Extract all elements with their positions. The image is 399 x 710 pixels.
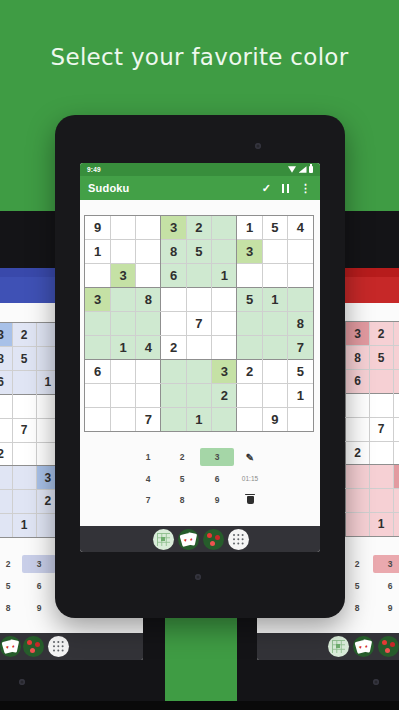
cell-r9c7[interactable] — [237, 407, 262, 431]
cell-r7c3[interactable] — [136, 359, 161, 383]
overflow-menu-icon[interactable]: ⋮ — [300, 183, 311, 194]
numpad-4[interactable]: 4 — [131, 470, 165, 488]
camera-dot — [19, 679, 25, 685]
cell-r4c4[interactable] — [346, 393, 370, 417]
cell-r1c5[interactable]: 2 — [186, 216, 211, 240]
cell-r6c5[interactable] — [12, 442, 36, 466]
cell-r3c1[interactable] — [85, 264, 110, 288]
numpad-9[interactable]: 9 — [200, 491, 234, 509]
numpad-6[interactable]: 6 — [373, 577, 399, 595]
cell-r2c5[interactable]: 5 — [12, 347, 36, 371]
cell-r9c6[interactable] — [212, 407, 237, 431]
cell-r9c2[interactable] — [110, 407, 135, 431]
cell-r5c7[interactable] — [237, 312, 262, 336]
screen-center: 9:49 Sudoku ✓ ⋮ 932154185336138517814276… — [80, 163, 320, 552]
cell-r1c7[interactable]: 1 — [237, 216, 262, 240]
camera-dot — [373, 679, 379, 685]
cell-r7c4[interactable] — [161, 359, 186, 383]
cell-r1c4[interactable]: 3 — [161, 216, 186, 240]
cell-r9c4[interactable] — [161, 407, 186, 431]
cell-r3c8[interactable] — [262, 264, 287, 288]
cell-r4c6[interactable] — [212, 288, 237, 312]
cell-r8c1[interactable] — [85, 383, 110, 407]
cell-r5c8[interactable] — [262, 312, 287, 336]
cell-r2c6[interactable] — [393, 346, 399, 370]
cell-r8c2[interactable] — [110, 383, 135, 407]
card-face: ♦ — [360, 639, 371, 653]
cell-r7c1[interactable]: 6 — [85, 359, 110, 383]
cell-r7c6[interactable]: 3 — [212, 359, 237, 383]
cell-r3c4[interactable]: 6 — [161, 264, 186, 288]
app-drawer-icon[interactable] — [228, 529, 249, 550]
cell-r8c7[interactable] — [237, 383, 262, 407]
cell-r1c4[interactable]: 3 — [0, 323, 12, 347]
cell-r5c9[interactable]: 8 — [288, 312, 313, 336]
cell-r9c8[interactable]: 9 — [262, 407, 287, 431]
cell-r3c3[interactable] — [136, 264, 161, 288]
cell-r7c7[interactable]: 2 — [237, 359, 262, 383]
cell-r4c8[interactable]: 1 — [262, 288, 287, 312]
tablet-center-green: 9:49 Sudoku ✓ ⋮ 932154185336138517814276… — [55, 115, 345, 618]
cell-r6c6[interactable] — [212, 335, 237, 359]
cell-r4c9[interactable] — [288, 288, 313, 312]
cell-r3c5[interactable] — [369, 370, 393, 394]
sudoku-light-icon[interactable] — [153, 529, 174, 550]
cell-r2c1[interactable]: 1 — [85, 240, 110, 264]
cell-r4c4[interactable] — [0, 394, 12, 418]
cell-r6c4[interactable]: 2 — [0, 442, 12, 466]
cell-r2c6[interactable] — [212, 240, 237, 264]
cell-r2c8[interactable] — [262, 240, 287, 264]
pegs-icon[interactable] — [23, 636, 44, 657]
cell-r2c5[interactable]: 5 — [369, 346, 393, 370]
cell-r7c6[interactable]: 3 — [393, 465, 399, 489]
cell-r6c4[interactable]: 2 — [161, 335, 186, 359]
cell-r4c5[interactable] — [369, 393, 393, 417]
battery-icon — [309, 166, 313, 174]
cell-r6c8[interactable] — [262, 335, 287, 359]
cell-r6c7[interactable] — [237, 335, 262, 359]
cell-r2c4[interactable]: 8 — [0, 347, 12, 371]
card-face: ♦ — [185, 532, 196, 546]
cell-r1c8[interactable]: 5 — [262, 216, 287, 240]
cell-r4c7[interactable]: 5 — [237, 288, 262, 312]
cell-r2c7[interactable]: 3 — [237, 240, 262, 264]
numpad-5[interactable]: 5 — [165, 470, 199, 488]
front-camera-dot — [255, 143, 261, 149]
cards-icon[interactable]: ♥♦ — [353, 636, 374, 657]
cell-r6c9[interactable]: 7 — [288, 335, 313, 359]
cell-r5c4[interactable] — [161, 312, 186, 336]
cell-r5c5[interactable]: 7 — [12, 418, 36, 442]
cell-r3c4[interactable]: 6 — [0, 371, 12, 395]
numpad-2[interactable]: 2 — [340, 555, 374, 573]
cell-r2c4[interactable]: 8 — [346, 346, 370, 370]
numpad-6[interactable]: 6 — [22, 577, 56, 595]
numpad-9[interactable]: 9 — [22, 599, 56, 617]
cell-r4c6[interactable] — [393, 393, 399, 417]
cell-r8c6[interactable]: 2 — [212, 383, 237, 407]
cell-r3c9[interactable] — [288, 264, 313, 288]
numpad-3[interactable]: 3 — [373, 555, 399, 573]
cell-r6c4[interactable]: 2 — [346, 441, 370, 465]
cell-r1c4[interactable]: 3 — [346, 322, 370, 346]
cell-r4c4[interactable] — [161, 288, 186, 312]
cell-r1c2[interactable] — [110, 216, 135, 240]
numpad-3[interactable]: 3 — [200, 448, 234, 466]
cell-r5c6[interactable] — [212, 312, 237, 336]
cell-r5c6[interactable] — [393, 417, 399, 441]
wifi-icon — [288, 166, 296, 173]
cell-r1c5[interactable]: 2 — [12, 323, 36, 347]
app-bar: Sudoku ✓ ⋮ — [80, 176, 320, 200]
cell-r4c1[interactable]: 3 — [85, 288, 110, 312]
cell-r5c2[interactable] — [110, 312, 135, 336]
cell-r8c3[interactable] — [136, 383, 161, 407]
cell-r2c9[interactable] — [288, 240, 313, 264]
cell-r1c9[interactable]: 4 — [288, 216, 313, 240]
cell-r8c4[interactable] — [0, 490, 12, 514]
cell-r7c9[interactable]: 5 — [288, 359, 313, 383]
cell-r5c5[interactable]: 7 — [186, 312, 211, 336]
cell-r1c6[interactable] — [393, 322, 399, 346]
cell-r8c5[interactable] — [186, 383, 211, 407]
cell-r3c2[interactable]: 3 — [110, 264, 135, 288]
cell-r7c2[interactable] — [110, 359, 135, 383]
cell-r2c2[interactable] — [110, 240, 135, 264]
pencil-icon: ✎ — [246, 452, 254, 463]
cell-r8c5[interactable] — [12, 490, 36, 514]
cell-r5c4[interactable] — [0, 418, 12, 442]
numpad-3[interactable]: 3 — [22, 555, 56, 573]
dock-bar — [80, 526, 320, 552]
cell-r3c5[interactable] — [12, 371, 36, 395]
cell-r3c7[interactable] — [237, 264, 262, 288]
cell-r4c5[interactable] — [186, 288, 211, 312]
signal-icon — [299, 166, 307, 173]
cell-r7c4[interactable] — [346, 465, 370, 489]
cell-r4c2[interactable] — [110, 288, 135, 312]
numpad-5[interactable]: 5 — [340, 577, 374, 595]
cell-r7c5[interactable] — [186, 359, 211, 383]
page-title: Select your favorite color — [0, 44, 399, 70]
sudoku-light-icon[interactable] — [328, 636, 349, 657]
cell-r6c5[interactable] — [186, 335, 211, 359]
cell-r3c6[interactable]: 1 — [393, 370, 399, 394]
numpad-8[interactable]: 8 — [165, 491, 199, 509]
trash-icon — [247, 496, 254, 504]
cell-r5c1[interactable] — [85, 312, 110, 336]
cell-r7c5[interactable] — [12, 466, 36, 490]
pegs-icon[interactable] — [378, 636, 399, 657]
cell-r4c5[interactable] — [12, 394, 36, 418]
cell-r5c5[interactable]: 7 — [369, 417, 393, 441]
cell-r2c4[interactable]: 8 — [161, 240, 186, 264]
cards-icon[interactable]: ♥♦ — [178, 529, 199, 550]
pause-icon[interactable] — [282, 184, 289, 193]
cell-r1c5[interactable]: 2 — [369, 322, 393, 346]
cell-r2c3[interactable] — [136, 240, 161, 264]
cell-r8c6[interactable]: 2 — [393, 489, 399, 513]
check-icon[interactable]: ✓ — [262, 183, 271, 194]
cell-r5c3[interactable] — [136, 312, 161, 336]
promo-screenshot: Select your favorite color 9321541853361… — [0, 0, 399, 710]
cell-r9c4[interactable] — [0, 513, 12, 537]
numpad-2[interactable]: 2 — [165, 448, 199, 466]
cell-r1c3[interactable] — [136, 216, 161, 240]
cell-r7c5[interactable] — [369, 465, 393, 489]
cell-r8c8[interactable] — [262, 383, 287, 407]
app-drawer-icon[interactable] — [48, 636, 69, 657]
status-icons — [288, 166, 313, 174]
bottom-strip — [0, 701, 399, 710]
numpad-9[interactable]: 9 — [373, 599, 399, 617]
cell-r9c3[interactable]: 7 — [136, 407, 161, 431]
cell-r3c6[interactable]: 1 — [212, 264, 237, 288]
numpad-7[interactable]: 7 — [131, 491, 165, 509]
clock: 9:49 — [87, 166, 101, 173]
dock-bar — [0, 633, 143, 660]
cards-icon[interactable]: ♥♦ — [0, 636, 21, 657]
cell-r9c1[interactable] — [85, 407, 110, 431]
cell-r9c5[interactable]: 1 — [186, 407, 211, 431]
cell-r9c4[interactable] — [346, 512, 370, 536]
cell-r4c3[interactable]: 8 — [136, 288, 161, 312]
pencil-button[interactable]: ✎ — [233, 448, 267, 466]
cell-r3c4[interactable]: 6 — [346, 370, 370, 394]
cell-r6c6[interactable] — [393, 441, 399, 465]
cell-r6c5[interactable] — [369, 441, 393, 465]
numpad-6[interactable]: 6 — [200, 470, 234, 488]
cell-r6c2[interactable]: 1 — [110, 335, 135, 359]
cell-r8c9[interactable]: 1 — [288, 383, 313, 407]
cell-r9c5[interactable]: 1 — [12, 513, 36, 537]
timer: 01:15 — [233, 470, 267, 488]
cell-r6c3[interactable]: 4 — [136, 335, 161, 359]
cell-r7c8[interactable] — [262, 359, 287, 383]
sudoku-grid: 93215418533613851781427632521719 — [85, 216, 313, 431]
numpad-1[interactable]: 1 — [131, 448, 165, 466]
status-bar: 9:49 — [80, 163, 320, 176]
cell-r3c5[interactable] — [186, 264, 211, 288]
numpad-8[interactable]: 8 — [340, 599, 374, 617]
cell-r8c4[interactable] — [161, 383, 186, 407]
card-face: ♦ — [7, 639, 18, 653]
cell-r7c4[interactable] — [0, 466, 12, 490]
cell-r8c4[interactable] — [346, 489, 370, 513]
cell-r9c6[interactable] — [393, 512, 399, 536]
app-title: Sudoku — [88, 182, 130, 194]
camera-dot — [195, 574, 201, 580]
cell-r8c5[interactable] — [369, 489, 393, 513]
cell-r5c4[interactable] — [346, 417, 370, 441]
cell-r2c5[interactable]: 5 — [186, 240, 211, 264]
cell-r9c9[interactable] — [288, 407, 313, 431]
cell-r6c1[interactable] — [85, 335, 110, 359]
cell-r9c5[interactable]: 1 — [369, 512, 393, 536]
cell-r1c6[interactable] — [212, 216, 237, 240]
cell-r1c1[interactable]: 9 — [85, 216, 110, 240]
delete-button[interactable] — [233, 491, 267, 509]
pegs-icon[interactable] — [203, 529, 224, 550]
